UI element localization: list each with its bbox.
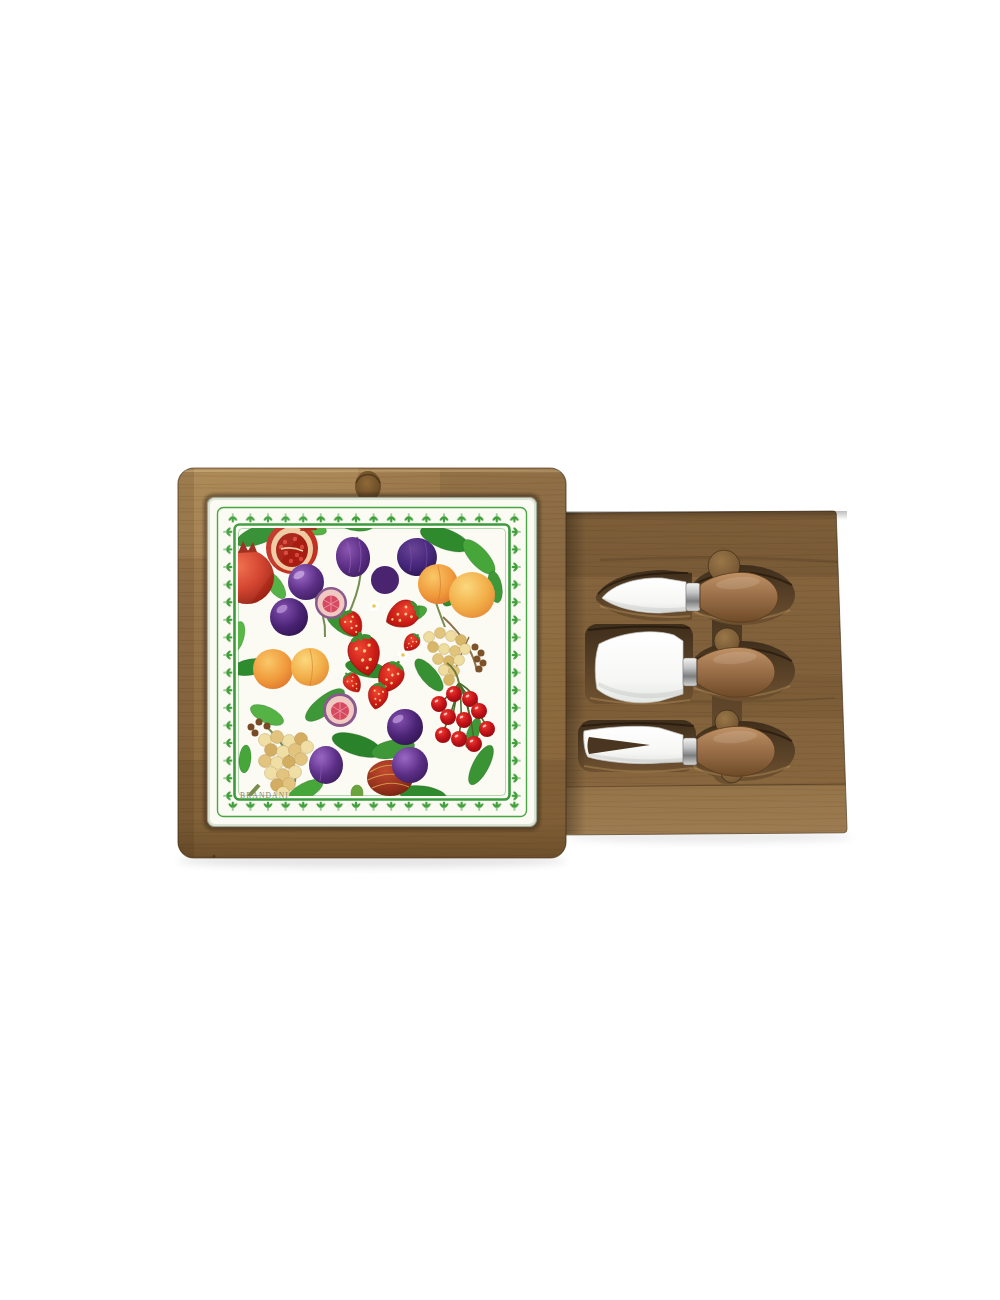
brand-label: BRANDANI bbox=[240, 791, 289, 800]
pointed-knife-ferrule bbox=[686, 583, 700, 611]
product-photo: BRANDANI bbox=[0, 0, 1000, 1300]
flat-knife-ferrule bbox=[683, 658, 697, 686]
knife-drawer bbox=[556, 508, 851, 838]
decor-tile: BRANDANI bbox=[207, 498, 537, 827]
cheese-fork-ferrule bbox=[683, 738, 697, 765]
